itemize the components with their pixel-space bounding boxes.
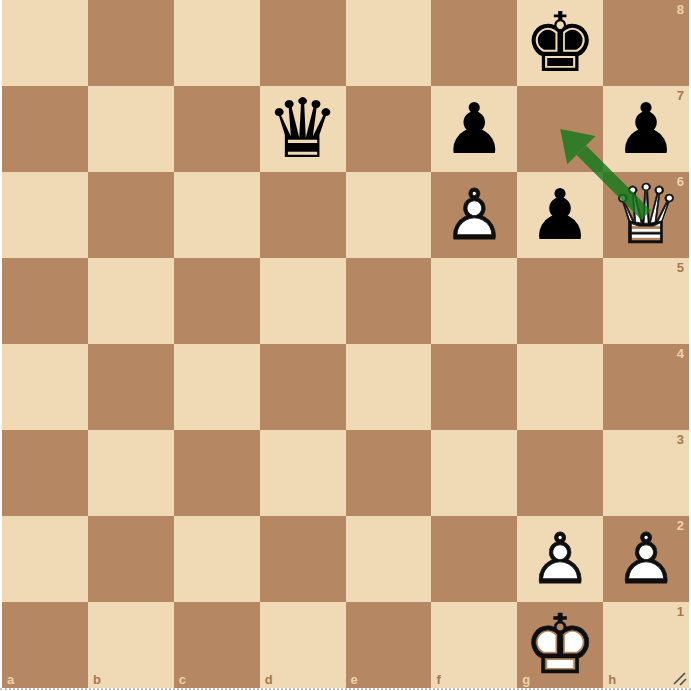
square-g8[interactable]: ♚ [517, 0, 603, 86]
square-a5[interactable] [2, 258, 88, 344]
square-b8[interactable] [88, 0, 174, 86]
square-f1[interactable]: f [431, 602, 517, 688]
square-g5[interactable] [517, 258, 603, 344]
black-pawn-glyph: ♟ [431, 86, 517, 172]
square-f5[interactable] [431, 258, 517, 344]
coord-file-e: e [351, 673, 358, 686]
square-h7[interactable]: 7♟ [603, 86, 689, 172]
square-c2[interactable] [174, 516, 260, 602]
square-a2[interactable] [2, 516, 88, 602]
coord-rank-3: 3 [677, 433, 684, 446]
square-c1[interactable]: c [174, 602, 260, 688]
square-f8[interactable] [431, 0, 517, 86]
coord-rank-1: 1 [677, 605, 684, 618]
square-e1[interactable]: e [346, 602, 432, 688]
coord-rank-8: 8 [677, 3, 684, 16]
white-pawn-outline-glyph: ♙ [431, 172, 517, 258]
square-g4[interactable] [517, 344, 603, 430]
white-king-outline-glyph: ♔ [517, 602, 603, 688]
white-pawn-outline-glyph: ♙ [603, 516, 689, 602]
white-pawn-outline-glyph: ♙ [517, 516, 603, 602]
square-a3[interactable] [2, 430, 88, 516]
square-b3[interactable] [88, 430, 174, 516]
white-queen-outline-glyph: ♕ [603, 172, 689, 258]
coord-file-b: b [93, 673, 101, 686]
square-h5[interactable]: 5 [603, 258, 689, 344]
square-d7[interactable]: ♛ [260, 86, 346, 172]
square-e4[interactable] [346, 344, 432, 430]
square-e2[interactable] [346, 516, 432, 602]
square-d6[interactable] [260, 172, 346, 258]
square-c7[interactable] [174, 86, 260, 172]
square-f6[interactable]: ♟♙ [431, 172, 517, 258]
square-d1[interactable]: d [260, 602, 346, 688]
square-d2[interactable] [260, 516, 346, 602]
chess-app-page: ♚8♛♟7♟♟♙♟6♛♕543♟♙2♟♙abcdefg♚♔1h [0, 0, 691, 691]
square-d4[interactable] [260, 344, 346, 430]
square-b6[interactable] [88, 172, 174, 258]
piece-black-queen-d7[interactable]: ♛ [260, 86, 346, 172]
square-g2[interactable]: ♟♙ [517, 516, 603, 602]
square-e6[interactable] [346, 172, 432, 258]
square-a4[interactable] [2, 344, 88, 430]
square-b2[interactable] [88, 516, 174, 602]
coord-file-d: d [265, 673, 273, 686]
square-d5[interactable] [260, 258, 346, 344]
square-g7[interactable] [517, 86, 603, 172]
chess-board[interactable]: ♚8♛♟7♟♟♙♟6♛♕543♟♙2♟♙abcdefg♚♔1h [2, 0, 689, 688]
piece-white-queen-h6[interactable]: ♛♕ [603, 172, 689, 258]
square-e3[interactable] [346, 430, 432, 516]
square-h4[interactable]: 4 [603, 344, 689, 430]
black-pawn-glyph: ♟ [603, 86, 689, 172]
coord-file-a: a [7, 673, 14, 686]
black-king-glyph: ♚ [517, 0, 603, 86]
square-e8[interactable] [346, 0, 432, 86]
square-h8[interactable]: 8 [603, 0, 689, 86]
square-f4[interactable] [431, 344, 517, 430]
piece-black-king-g8[interactable]: ♚ [517, 0, 603, 86]
piece-white-king-g1[interactable]: ♚♔ [517, 602, 603, 688]
square-c3[interactable] [174, 430, 260, 516]
square-c6[interactable] [174, 172, 260, 258]
piece-white-pawn-g2[interactable]: ♟♙ [517, 516, 603, 602]
black-pawn-glyph: ♟ [517, 172, 603, 258]
piece-white-pawn-h2[interactable]: ♟♙ [603, 516, 689, 602]
square-h1[interactable]: 1h [603, 602, 689, 688]
square-g6[interactable]: ♟ [517, 172, 603, 258]
board-resize-handle-icon[interactable] [672, 671, 687, 686]
square-f2[interactable] [431, 516, 517, 602]
square-g1[interactable]: g♚♔ [517, 602, 603, 688]
piece-black-pawn-g6[interactable]: ♟ [517, 172, 603, 258]
square-h2[interactable]: 2♟♙ [603, 516, 689, 602]
piece-white-pawn-f6[interactable]: ♟♙ [431, 172, 517, 258]
black-queen-glyph: ♛ [260, 86, 346, 172]
coord-file-h: h [608, 673, 616, 686]
square-a6[interactable] [2, 172, 88, 258]
square-c5[interactable] [174, 258, 260, 344]
coord-rank-5: 5 [677, 261, 684, 274]
square-d8[interactable] [260, 0, 346, 86]
square-h3[interactable]: 3 [603, 430, 689, 516]
square-b1[interactable]: b [88, 602, 174, 688]
square-h6[interactable]: 6♛♕ [603, 172, 689, 258]
square-c4[interactable] [174, 344, 260, 430]
square-a8[interactable] [2, 0, 88, 86]
square-e5[interactable] [346, 258, 432, 344]
square-f3[interactable] [431, 430, 517, 516]
piece-black-pawn-f7[interactable]: ♟ [431, 86, 517, 172]
square-d3[interactable] [260, 430, 346, 516]
coord-file-f: f [436, 673, 440, 686]
square-e7[interactable] [346, 86, 432, 172]
square-f7[interactable]: ♟ [431, 86, 517, 172]
square-b4[interactable] [88, 344, 174, 430]
coord-rank-4: 4 [677, 347, 684, 360]
piece-black-pawn-h7[interactable]: ♟ [603, 86, 689, 172]
square-a1[interactable]: a [2, 602, 88, 688]
square-b5[interactable] [88, 258, 174, 344]
square-a7[interactable] [2, 86, 88, 172]
square-b7[interactable] [88, 86, 174, 172]
square-g3[interactable] [517, 430, 603, 516]
square-c8[interactable] [174, 0, 260, 86]
coord-file-c: c [179, 673, 186, 686]
